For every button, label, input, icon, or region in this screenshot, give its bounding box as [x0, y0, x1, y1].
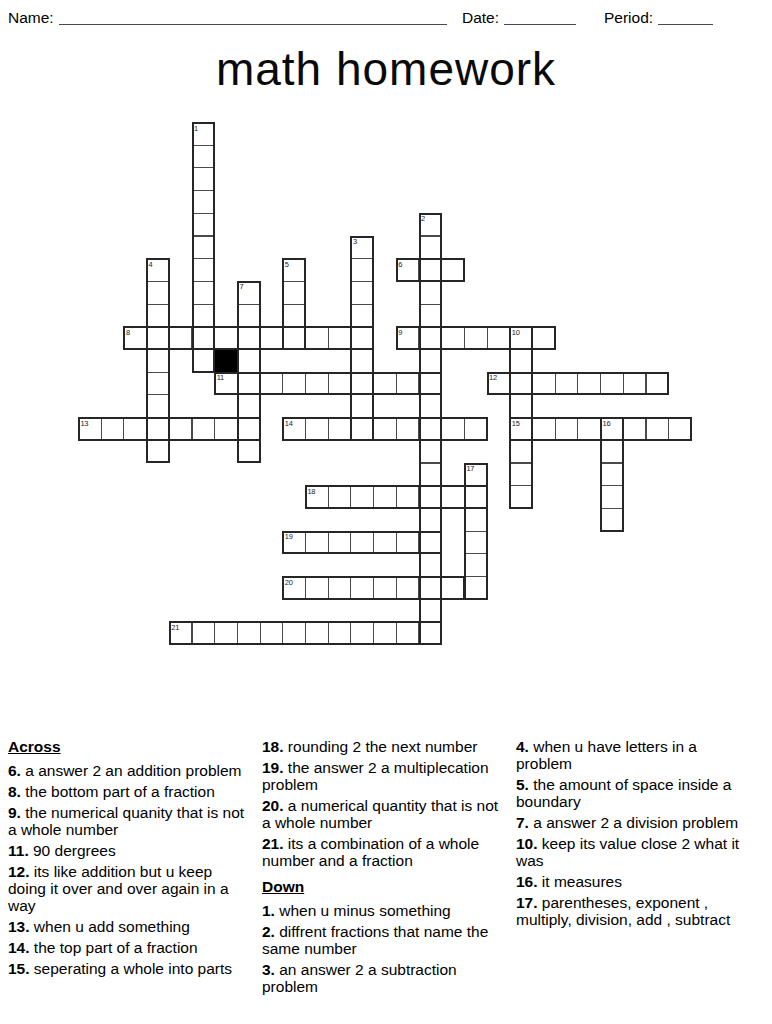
clue-number: 20 — [285, 579, 293, 587]
grid-cell[interactable] — [282, 281, 306, 305]
grid-cell[interactable] — [419, 372, 443, 396]
grid-cell[interactable] — [282, 304, 306, 328]
clue-number: 16 — [603, 420, 611, 428]
grid-cell[interactable] — [419, 531, 443, 555]
grid-cell[interactable] — [192, 213, 216, 237]
grid-cell[interactable] — [350, 326, 374, 350]
grid-cell[interactable] — [350, 372, 374, 396]
grid-cell[interactable] — [192, 190, 216, 214]
clue-20: 20. a numerical quantity that is not a w… — [262, 797, 500, 831]
down-clues-part2: 4. when u have letters in a problem5. th… — [516, 738, 760, 928]
clue-number: 9 — [398, 329, 402, 337]
grid-cell[interactable] — [237, 372, 261, 396]
grid-cell[interactable] — [464, 508, 488, 532]
grid-cell[interactable] — [350, 621, 374, 645]
grid-cell[interactable] — [646, 417, 670, 441]
period-label: Period: — [604, 9, 653, 26]
grid-cell[interactable] — [237, 326, 261, 350]
grid-cell[interactable] — [328, 326, 352, 350]
grid-cell[interactable] — [464, 485, 488, 509]
grid-cell[interactable] — [350, 531, 374, 555]
grid-cell[interactable] — [419, 326, 443, 350]
crossword-grid: 123456789101112131415161718192021 — [78, 122, 693, 646]
grid-cell[interactable] — [600, 372, 624, 396]
grid-cell[interactable] — [464, 576, 488, 600]
grid-cell[interactable] — [237, 621, 261, 645]
grid-cell[interactable] — [419, 349, 443, 373]
clue-column-3: 4. when u have letters in a problem5. th… — [516, 738, 760, 932]
grid-cell[interactable] — [350, 576, 374, 600]
grid-cell[interactable] — [169, 326, 193, 350]
down-header: Down — [262, 878, 506, 896]
grid-cell[interactable] — [441, 576, 465, 600]
grid-cell[interactable] — [123, 417, 147, 441]
grid-cell[interactable] — [305, 576, 329, 600]
grid-cell[interactable] — [328, 372, 352, 396]
grid-cell[interactable] — [623, 372, 647, 396]
grid-cell[interactable] — [192, 417, 216, 441]
grid-cell[interactable] — [146, 326, 170, 350]
grid-cell[interactable] — [350, 281, 374, 305]
down-clues-part1: 1. when u minus something2. diffrent fra… — [262, 902, 506, 995]
clue-15: 15. seperating a whole into parts — [8, 960, 246, 977]
grid-cell[interactable] — [668, 417, 692, 441]
grid-cell[interactable] — [487, 326, 511, 350]
grid-cell[interactable] — [192, 281, 216, 305]
grid-cell[interactable] — [260, 621, 284, 645]
grid-cell[interactable] — [192, 236, 216, 260]
across-clues-part1: 6. a answer 2 an addition problem8. the … — [8, 762, 252, 977]
clue-number: 4 — [149, 261, 153, 269]
grid-cell[interactable] — [192, 349, 216, 373]
blocked-cell — [214, 349, 238, 373]
grid-cell[interactable] — [373, 372, 397, 396]
date-label: Date: — [462, 9, 499, 26]
grid-cell[interactable] — [192, 326, 216, 350]
period-blank-line[interactable] — [658, 11, 713, 25]
grid-cell[interactable] — [396, 485, 420, 509]
grid-cell[interactable] — [350, 349, 374, 373]
clue-number: 14 — [285, 420, 293, 428]
grid-cell[interactable] — [464, 531, 488, 555]
grid-cell[interactable] — [600, 508, 624, 532]
grid-cell[interactable] — [600, 485, 624, 509]
clue-3: 3. an answer 2 a subtraction problem — [262, 961, 500, 995]
grid-cell[interactable] — [350, 304, 374, 328]
grid-cell[interactable] — [350, 258, 374, 282]
grid-cell[interactable] — [282, 326, 306, 350]
grid-cell[interactable] — [146, 394, 170, 418]
grid-cell[interactable] — [419, 576, 443, 600]
clue-number: 11 — [217, 374, 224, 382]
grid-cell[interactable] — [350, 485, 374, 509]
grid-cell[interactable] — [146, 281, 170, 305]
grid-cell[interactable] — [396, 417, 420, 441]
grid-cell[interactable] — [555, 372, 579, 396]
clue-number: 13 — [81, 420, 89, 428]
grid-cell[interactable] — [419, 417, 443, 441]
grid-cell[interactable] — [419, 394, 443, 418]
grid-cell[interactable] — [305, 372, 329, 396]
page-title: math homework — [0, 42, 772, 96]
grid-cell[interactable] — [441, 258, 465, 282]
grid-cell[interactable] — [396, 621, 420, 645]
clue-number: 12 — [489, 374, 497, 382]
clue-number: 8 — [126, 329, 130, 337]
clue-8: 8. the bottom part of a fraction — [8, 783, 246, 800]
grid-cell[interactable] — [282, 372, 306, 396]
clue-13: 13. when u add something — [8, 918, 246, 935]
clue-number: 6 — [398, 261, 402, 269]
across-header: Across — [8, 738, 252, 756]
grid-cell[interactable] — [373, 485, 397, 509]
clue-21: 21. its a combination of a whole number … — [262, 835, 500, 869]
grid-cell[interactable] — [532, 326, 556, 350]
grid-cell[interactable] — [464, 417, 488, 441]
grid-cell[interactable] — [146, 417, 170, 441]
grid-cell[interactable] — [509, 372, 533, 396]
grid-cell[interactable] — [509, 394, 533, 418]
grid-cell[interactable] — [101, 417, 125, 441]
grid-cell[interactable] — [328, 531, 352, 555]
grid-cell[interactable] — [214, 326, 238, 350]
grid-cell[interactable] — [305, 621, 329, 645]
clue-6: 6. a answer 2 an addition problem — [8, 762, 246, 779]
clue-number: 7 — [239, 283, 243, 291]
name-label: Name: — [8, 9, 54, 26]
grid-cell[interactable] — [509, 463, 533, 487]
clue-number: 18 — [308, 488, 316, 496]
grid-cell[interactable] — [419, 258, 443, 282]
grid-cell[interactable] — [305, 417, 329, 441]
grid-cell[interactable] — [396, 372, 420, 396]
grid-cell[interactable] — [646, 372, 670, 396]
clue-19: 19. the answer 2 a multiplecation proble… — [262, 759, 500, 793]
grid-cell[interactable] — [577, 417, 601, 441]
grid-cell[interactable] — [373, 531, 397, 555]
grid-cell[interactable] — [419, 508, 443, 532]
grid-cell[interactable] — [419, 236, 443, 260]
clue-number: 2 — [421, 215, 425, 223]
grid-cell[interactable] — [192, 258, 216, 282]
grid-cell[interactable] — [509, 485, 533, 509]
grid-cell[interactable] — [169, 417, 193, 441]
grid-cell[interactable] — [192, 145, 216, 169]
name-field-group: Name: — [8, 9, 447, 27]
grid-cell[interactable] — [419, 599, 443, 623]
grid-cell[interactable] — [260, 326, 284, 350]
grid-cell[interactable] — [237, 417, 261, 441]
clue-number: 21 — [171, 624, 179, 632]
grid-cell[interactable] — [328, 485, 352, 509]
clue-number: 3 — [353, 238, 357, 246]
grid-cell[interactable] — [237, 440, 261, 464]
grid-cell[interactable] — [532, 417, 556, 441]
clue-number: 5 — [285, 261, 289, 269]
grid-cell[interactable] — [146, 349, 170, 373]
grid-cell[interactable] — [464, 326, 488, 350]
grid-cell[interactable] — [623, 417, 647, 441]
grid-cell[interactable] — [305, 326, 329, 350]
across-clues-part2: 18. rounding 2 the next number19. the an… — [262, 738, 506, 869]
period-field-group: Period: — [604, 9, 713, 27]
clue-column-1: Across 6. a answer 2 an addition problem… — [8, 738, 252, 981]
grid-cell[interactable] — [419, 485, 443, 509]
grid-cell[interactable] — [419, 463, 443, 487]
grid-cell[interactable] — [237, 349, 261, 373]
clue-number: 1 — [194, 125, 198, 133]
date-field-group: Date: — [462, 9, 576, 27]
clue-column-2: 18. rounding 2 the next number19. the an… — [262, 738, 506, 999]
grid-cell[interactable] — [373, 621, 397, 645]
clue-number: 10 — [512, 329, 520, 337]
grid-cell[interactable] — [350, 394, 374, 418]
grid-cell[interactable] — [441, 326, 465, 350]
clue-11: 11. 90 dergrees — [8, 842, 246, 859]
grid-cell[interactable] — [192, 304, 216, 328]
grid-cell[interactable] — [419, 304, 443, 328]
clue-4: 4. when u have letters in a problem — [516, 738, 754, 772]
grid-cell[interactable] — [419, 553, 443, 577]
grid-cell[interactable] — [237, 394, 261, 418]
grid-cell[interactable] — [373, 417, 397, 441]
clue-5: 5. the amount of space inside a boundary — [516, 776, 754, 810]
grid-cell[interactable] — [509, 440, 533, 464]
grid-cell[interactable] — [419, 440, 443, 464]
clue-number: 15 — [512, 420, 520, 428]
clue-number: 19 — [285, 533, 293, 541]
grid-cell[interactable] — [600, 440, 624, 464]
grid-cell[interactable] — [509, 349, 533, 373]
grid-cell[interactable] — [419, 621, 443, 645]
clue-10: 10. keep its value close 2 what it was — [516, 835, 754, 869]
grid-cell[interactable] — [237, 304, 261, 328]
clue-16: 16. it measures — [516, 873, 754, 890]
clue-17: 17. parentheses, exponent , multiply, di… — [516, 894, 754, 928]
grid-cell[interactable] — [282, 621, 306, 645]
grid-cell[interactable] — [441, 485, 465, 509]
grid-cell[interactable] — [328, 576, 352, 600]
grid-cell[interactable] — [464, 553, 488, 577]
grid-cell[interactable] — [305, 531, 329, 555]
clue-number: 17 — [466, 465, 474, 473]
clue-2: 2. diffrent fractions that name the same… — [262, 923, 500, 957]
grid-cell[interactable] — [328, 417, 352, 441]
grid-cell[interactable] — [396, 531, 420, 555]
grid-cell[interactable] — [419, 281, 443, 305]
grid-cell[interactable] — [441, 417, 465, 441]
grid-cell[interactable] — [192, 167, 216, 191]
grid-cell[interactable] — [532, 372, 556, 396]
grid-cell[interactable] — [146, 440, 170, 464]
grid-cell[interactable] — [146, 372, 170, 396]
clue-1: 1. when u minus something — [262, 902, 500, 919]
grid-cell[interactable] — [350, 417, 374, 441]
name-blank-line[interactable] — [59, 11, 447, 25]
grid-cell[interactable] — [600, 463, 624, 487]
date-blank-line[interactable] — [504, 11, 576, 25]
grid-cell[interactable] — [214, 417, 238, 441]
grid-cell[interactable] — [260, 372, 284, 396]
clue-14: 14. the top part of a fraction — [8, 939, 246, 956]
clue-9: 9. the numerical quanity that is not a w… — [8, 804, 246, 838]
grid-cell[interactable] — [214, 621, 238, 645]
grid-cell[interactable] — [555, 417, 579, 441]
clue-18: 18. rounding 2 the next number — [262, 738, 500, 755]
clue-7: 7. a answer 2 a division problem — [516, 814, 754, 831]
grid-cell[interactable] — [396, 576, 420, 600]
grid-cell[interactable] — [373, 576, 397, 600]
grid-cell[interactable] — [328, 621, 352, 645]
grid-cell[interactable] — [146, 304, 170, 328]
clue-12: 12. its like addition but u keep doing i… — [8, 863, 246, 914]
grid-cell[interactable] — [577, 372, 601, 396]
grid-cell[interactable] — [192, 621, 216, 645]
